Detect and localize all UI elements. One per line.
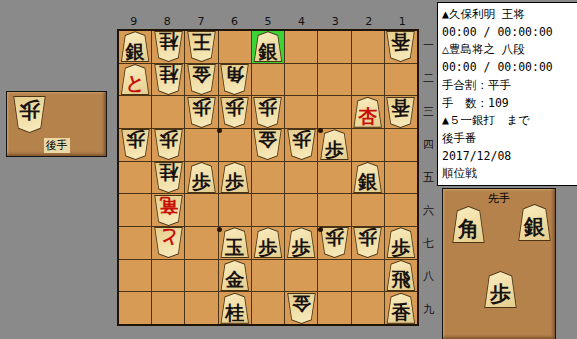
- shogi-app: 987654321 銀桂王銀香と桂金角歩歩歩杏香歩歩金歩歩桂歩歩銀竜と玉歩歩歩歩…: [0, 0, 577, 339]
- file-label-8: 8: [151, 16, 185, 28]
- piece-pawn-sente[interactable]: 歩: [220, 162, 249, 193]
- piece-knight-gote[interactable]: 桂: [154, 162, 183, 193]
- cell-4-5[interactable]: [285, 162, 317, 194]
- info-line-3: △豊島将之 八段: [442, 41, 577, 59]
- cell-6-8[interactable]: 金: [219, 260, 251, 292]
- piece-lance-gote[interactable]: 香: [386, 97, 415, 128]
- piece-glyph: 歩: [121, 129, 150, 152]
- cell-5-5[interactable]: [252, 162, 284, 194]
- piece-pawn-gote[interactable]: 歩: [287, 129, 316, 160]
- cell-3-9[interactable]: [318, 292, 350, 324]
- file-label-2: 2: [352, 16, 386, 28]
- piece-knight-sente[interactable]: 桂: [220, 293, 249, 324]
- cell-1-1[interactable]: 香: [385, 31, 417, 63]
- cell-7-7[interactable]: [185, 227, 217, 259]
- cell-5-9[interactable]: [252, 292, 284, 324]
- cell-1-7[interactable]: 歩: [385, 227, 417, 259]
- piece-pawn-gote[interactable]: 歩: [220, 97, 249, 128]
- cell-6-1[interactable]: [219, 31, 251, 63]
- cell-1-5[interactable]: [385, 162, 417, 194]
- piece-glyph: 桂: [154, 162, 183, 185]
- cell-4-6[interactable]: [285, 194, 317, 226]
- cell-3-2[interactable]: [318, 64, 350, 96]
- cell-7-9[interactable]: [185, 292, 217, 324]
- piece-pawn-gote[interactable]: 歩: [121, 129, 150, 160]
- cell-4-7[interactable]: 歩: [285, 227, 317, 259]
- piece-glyph: 銀: [121, 39, 150, 62]
- piece-bishop-gote[interactable]: 角: [220, 64, 249, 95]
- cell-1-2[interactable]: [385, 64, 417, 96]
- cell-2-6[interactable]: [352, 194, 384, 226]
- star-point-3: [217, 227, 222, 232]
- cell-6-7[interactable]: 玉: [219, 227, 251, 259]
- info-line-4: 00:00 / 00:00:00: [442, 59, 577, 77]
- cell-1-6[interactable]: [385, 194, 417, 226]
- piece-rook-sente[interactable]: 飛: [386, 260, 415, 291]
- piece-glyph: 歩: [220, 170, 249, 193]
- piece-dragon-gote[interactable]: 竜: [154, 195, 183, 226]
- info-line-10: 順位戦: [442, 165, 577, 183]
- piece-glyph: 金: [253, 129, 282, 152]
- piece-glyph: 王: [187, 31, 216, 54]
- cell-3-4[interactable]: 歩: [318, 129, 350, 161]
- info-line-7: ▲５一銀打 まで: [442, 112, 577, 130]
- piece-pawn-sente[interactable]: 歩: [287, 227, 316, 258]
- file-labels: 987654321: [117, 16, 419, 28]
- cell-4-9[interactable]: 金: [285, 292, 317, 324]
- cell-2-2[interactable]: [352, 64, 384, 96]
- piece-glyph: 歩: [187, 97, 216, 120]
- rank-labels: 一二三四五六七八九: [421, 29, 436, 326]
- cell-4-8[interactable]: [285, 260, 317, 292]
- cell-6-3[interactable]: 歩: [219, 96, 251, 128]
- cell-5-4[interactable]: 金: [252, 129, 284, 161]
- piece-knight-gote[interactable]: 桂: [154, 64, 183, 95]
- cell-9-4[interactable]: 歩: [119, 129, 151, 161]
- shogi-board: 銀桂王銀香と桂金角歩歩歩杏香歩歩金歩歩桂歩歩銀竜と玉歩歩歩歩歩金飛桂金香: [117, 29, 419, 326]
- cell-7-5[interactable]: 歩: [185, 162, 217, 194]
- piece-king-sente[interactable]: 玉: [220, 227, 249, 258]
- cell-8-1[interactable]: 桂: [152, 31, 184, 63]
- star-point-4: [318, 227, 323, 232]
- piece-glyph: 銀: [253, 39, 282, 62]
- cell-1-4[interactable]: [385, 129, 417, 161]
- cell-1-9[interactable]: 香: [385, 292, 417, 324]
- cell-3-7[interactable]: 歩: [318, 227, 350, 259]
- piece-glyph: 香: [386, 301, 415, 324]
- piece-gold-sente[interactable]: 金: [220, 260, 249, 291]
- cell-7-8[interactable]: [185, 260, 217, 292]
- piece-glyph: 銀: [353, 170, 382, 193]
- piece-pawn-sente[interactable]: 歩: [253, 227, 282, 258]
- cell-7-2[interactable]: 金: [185, 64, 217, 96]
- piece-glyph: 歩: [484, 279, 517, 308]
- cell-1-8[interactable]: 飛: [385, 260, 417, 292]
- hand-piece-pawn-sente[interactable]: 歩: [484, 271, 517, 308]
- rank-label-1: 一: [421, 29, 436, 62]
- cell-3-3[interactable]: [318, 96, 350, 128]
- file-label-6: 6: [218, 16, 252, 28]
- hand-piece-silver-sente[interactable]: 銀: [518, 204, 551, 241]
- cell-5-2[interactable]: [252, 64, 284, 96]
- info-line-6: 手 数：109: [442, 95, 577, 113]
- cell-5-7[interactable]: 歩: [252, 227, 284, 259]
- cell-4-1[interactable]: [285, 31, 317, 63]
- piece-glyph: 歩: [154, 129, 183, 152]
- cell-9-5[interactable]: [119, 162, 151, 194]
- piece-glyph: 歩: [287, 129, 316, 152]
- cell-3-1[interactable]: [318, 31, 350, 63]
- piece-tokin-sente[interactable]: と: [121, 64, 150, 95]
- rank-label-9: 九: [421, 293, 436, 326]
- cell-8-2[interactable]: 桂: [152, 64, 184, 96]
- cell-2-3[interactable]: 杏: [352, 96, 384, 128]
- piece-pawn-gote[interactable]: 歩: [154, 129, 183, 160]
- cell-8-5[interactable]: 桂: [152, 162, 184, 194]
- cell-7-1[interactable]: 王: [185, 31, 217, 63]
- piece-gold-gote[interactable]: 金: [287, 293, 316, 324]
- cell-2-5[interactable]: 銀: [352, 162, 384, 194]
- rank-label-2: 二: [421, 62, 436, 95]
- cell-2-1[interactable]: [352, 31, 384, 63]
- hand-piece-pawn-gote[interactable]: 歩: [13, 96, 46, 133]
- piece-glyph: と: [121, 72, 150, 95]
- piece-glyph: 角: [220, 64, 249, 87]
- hand-slot: 角: [452, 206, 485, 243]
- cell-4-3[interactable]: [285, 96, 317, 128]
- piece-pawn-gote[interactable]: 歩: [253, 97, 282, 128]
- hand-piece-bishop-sente[interactable]: 角: [452, 206, 485, 243]
- piece-pawn-sente[interactable]: 歩: [386, 227, 415, 258]
- rank-label-6: 六: [421, 194, 436, 227]
- cell-8-4[interactable]: 歩: [152, 129, 184, 161]
- info-line-1: ▲久保利明 王将: [442, 6, 577, 24]
- cell-3-5[interactable]: [318, 162, 350, 194]
- cell-9-8[interactable]: [119, 260, 151, 292]
- cell-6-6[interactable]: [219, 194, 251, 226]
- cell-8-8[interactable]: [152, 260, 184, 292]
- cell-6-5[interactable]: 歩: [219, 162, 251, 194]
- cell-8-3[interactable]: [152, 96, 184, 128]
- cell-4-4[interactable]: 歩: [285, 129, 317, 161]
- cell-9-2[interactable]: と: [119, 64, 151, 96]
- info-line-8: 後手番: [442, 130, 577, 148]
- cell-3-6[interactable]: [318, 194, 350, 226]
- info-panel: ▲久保利明 王将00:00 / 00:00:00△豊島将之 八段00:00 / …: [437, 2, 577, 186]
- info-line-2: 00:00 / 00:00:00: [442, 24, 577, 42]
- piece-promoted-lance-sente[interactable]: 杏: [353, 97, 382, 128]
- cell-8-9[interactable]: [152, 292, 184, 324]
- piece-glyph: 歩: [320, 137, 349, 160]
- piece-glyph: 銀: [518, 212, 551, 241]
- piece-glyph: 金: [220, 268, 249, 291]
- cell-2-9[interactable]: [352, 292, 384, 324]
- piece-glyph: 香: [386, 97, 415, 120]
- cell-7-4[interactable]: [185, 129, 217, 161]
- piece-knight-gote[interactable]: 桂: [154, 31, 183, 62]
- rank-label-5: 五: [421, 161, 436, 194]
- file-label-1: 1: [386, 16, 420, 28]
- piece-pawn-sente[interactable]: 歩: [320, 129, 349, 160]
- piece-glyph: 歩: [320, 227, 349, 250]
- piece-glyph: 歩: [220, 97, 249, 120]
- rank-label-4: 四: [421, 128, 436, 161]
- piece-glyph: 竜: [154, 195, 183, 218]
- cell-6-4[interactable]: [219, 129, 251, 161]
- info-line-5: 手合割：平手: [442, 77, 577, 95]
- piece-lance-sente[interactable]: 香: [386, 293, 415, 324]
- cell-9-9[interactable]: [119, 292, 151, 324]
- piece-pawn-gote[interactable]: 歩: [320, 227, 349, 258]
- cell-8-6[interactable]: 竜: [152, 194, 184, 226]
- piece-glyph: 歩: [13, 96, 46, 125]
- cell-9-6[interactable]: [119, 194, 151, 226]
- piece-glyph: 歩: [187, 170, 216, 193]
- cell-2-7[interactable]: 歩: [352, 227, 384, 259]
- piece-glyph: 玉: [220, 235, 249, 258]
- cell-6-9[interactable]: 桂: [219, 292, 251, 324]
- piece-glyph: 金: [287, 293, 316, 316]
- piece-glyph: 桂: [154, 31, 183, 54]
- cell-3-8[interactable]: [318, 260, 350, 292]
- piece-glyph: 杏: [353, 105, 382, 128]
- komadai-gote-label: 後手: [44, 138, 70, 153]
- cell-2-4[interactable]: [352, 129, 384, 161]
- star-point-2: [318, 128, 323, 133]
- hand-slot: 歩: [13, 96, 46, 133]
- piece-pawn-gote[interactable]: 歩: [187, 97, 216, 128]
- file-label-5: 5: [251, 16, 285, 28]
- cell-9-7[interactable]: [119, 227, 151, 259]
- star-point-1: [217, 128, 222, 133]
- cell-2-8[interactable]: [352, 260, 384, 292]
- cell-1-3[interactable]: 香: [385, 96, 417, 128]
- rank-label-3: 三: [421, 95, 436, 128]
- cell-5-3[interactable]: 歩: [252, 96, 284, 128]
- cell-6-2[interactable]: 角: [219, 64, 251, 96]
- cell-9-3[interactable]: [119, 96, 151, 128]
- komadai-gote[interactable]: 後手 歩: [6, 91, 107, 157]
- piece-silver-sente[interactable]: 銀: [253, 31, 282, 62]
- file-label-4: 4: [285, 16, 319, 28]
- cell-5-6[interactable]: [252, 194, 284, 226]
- piece-glyph: 歩: [253, 97, 282, 120]
- cell-5-1[interactable]: 銀: [252, 31, 284, 63]
- piece-glyph: 歩: [386, 235, 415, 258]
- piece-tokin-gote[interactable]: と: [154, 227, 183, 258]
- cell-7-3[interactable]: 歩: [185, 96, 217, 128]
- piece-glyph: 桂: [220, 301, 249, 324]
- rank-label-8: 八: [421, 260, 436, 293]
- piece-silver-sente[interactable]: 銀: [121, 31, 150, 62]
- info-line-9: 2017/12/08: [442, 148, 577, 166]
- piece-king-gote[interactable]: 王: [187, 31, 216, 62]
- piece-lance-gote[interactable]: 香: [386, 31, 415, 62]
- hand-slot: 銀: [518, 204, 551, 241]
- piece-glyph: 桂: [154, 64, 183, 87]
- piece-silver-sente[interactable]: 銀: [353, 162, 382, 193]
- file-label-3: 3: [318, 16, 352, 28]
- piece-glyph: 角: [452, 214, 485, 243]
- cell-4-2[interactable]: [285, 64, 317, 96]
- file-label-7: 7: [184, 16, 218, 28]
- komadai-sente[interactable]: 先手 角銀歩: [442, 188, 556, 339]
- piece-gold-gote[interactable]: 金: [187, 64, 216, 95]
- piece-glyph: 歩: [287, 235, 316, 258]
- piece-glyph: 歩: [253, 235, 282, 258]
- piece-gold-gote[interactable]: 金: [253, 129, 282, 160]
- cell-8-7[interactable]: と: [152, 227, 184, 259]
- hand-slot: 歩: [484, 271, 517, 308]
- piece-glyph: と: [154, 227, 183, 250]
- piece-pawn-gote[interactable]: 歩: [353, 227, 382, 258]
- piece-pawn-sente[interactable]: 歩: [187, 162, 216, 193]
- piece-glyph: 飛: [386, 268, 415, 291]
- piece-glyph: 金: [187, 64, 216, 87]
- rank-label-7: 七: [421, 227, 436, 260]
- piece-glyph: 歩: [353, 227, 382, 250]
- cell-7-6[interactable]: [185, 194, 217, 226]
- komadai-sente-label: 先手: [488, 191, 510, 206]
- cell-5-8[interactable]: [252, 260, 284, 292]
- cell-9-1[interactable]: 銀: [119, 31, 151, 63]
- file-label-9: 9: [117, 16, 151, 28]
- piece-glyph: 香: [386, 31, 415, 54]
